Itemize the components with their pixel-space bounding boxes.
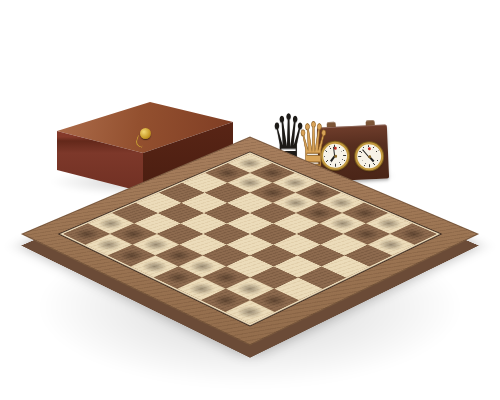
board-border: ♜♞♝♛♚♝♞♜♟♟♟♟♟♟♟♟♟♟♟♟♟♟♟♟♜♞♝♛♚♝♞♜ [21, 137, 479, 346]
piece-black-pawn[interactable]: ♟ [305, 178, 330, 217]
piece-black-pawn[interactable]: ♟ [214, 139, 239, 177]
piece-contact-shadow [278, 195, 313, 210]
piece-contact-shadow [233, 156, 267, 171]
square-d8[interactable]: ♛ [295, 183, 340, 203]
piece-black-pawn[interactable]: ♟ [236, 148, 261, 187]
square-a6[interactable] [182, 173, 227, 193]
playfield: ♜♞♝♛♚♝♞♜♟♟♟♟♟♟♟♟♟♟♟♟♟♟♟♟♜♞♝♛♚♝♞♜ [63, 154, 436, 324]
piece-contact-shadow [302, 205, 337, 221]
square-c5[interactable] [204, 203, 250, 224]
piece-contact-shadow [255, 166, 289, 181]
square-a8[interactable]: ♜ [228, 154, 273, 173]
piece-contact-shadow [211, 166, 245, 181]
piece-contact-shadow [278, 175, 312, 190]
square-c7[interactable]: ♟ [250, 183, 295, 203]
piece-black-pawn[interactable]: ♟ [377, 209, 403, 249]
piece-black-pawn[interactable]: ♟ [353, 199, 379, 239]
square-c6[interactable] [227, 193, 273, 213]
square-b8[interactable]: ♞ [250, 163, 295, 183]
chess-board: ♜♞♝♛♚♝♞♜♟♟♟♟♟♟♟♟♟♟♟♟♟♟♟♟♜♞♝♛♚♝♞♜ [88, 72, 412, 396]
piece-contact-shadow [301, 185, 336, 200]
square-d7[interactable]: ♟ [273, 193, 319, 213]
board-3d: ♜♞♝♛♚♝♞♜♟♟♟♟♟♟♟♟♟♟♟♟♟♟♟♟♜♞♝♛♚♝♞♜ [21, 137, 479, 346]
square-c8[interactable]: ♝ [273, 173, 318, 193]
piece-black-pawn[interactable]: ♟ [329, 188, 355, 228]
square-b7[interactable]: ♟ [227, 173, 272, 193]
piece-black-pawn[interactable]: ♟ [282, 168, 307, 207]
piece-white-rook[interactable]: ♜ [232, 267, 265, 317]
square-h4[interactable] [298, 266, 346, 288]
product-photo: ♛ ♛ ♜♞♝♛♚♝♞♜♟♟♟♟♟♟♟♟♟♟♟♟♟♟♟♟♜♞♝♛♚♝♞♜ [0, 0, 500, 400]
piece-black-pawn[interactable]: ♟ [259, 158, 284, 197]
square-d6[interactable] [250, 203, 296, 224]
piece-contact-shadow [233, 175, 267, 190]
square-b6[interactable] [205, 183, 250, 203]
square-e6[interactable] [273, 213, 319, 234]
square-e7[interactable]: ♟ [296, 203, 342, 224]
square-a7[interactable]: ♟ [205, 163, 250, 183]
piece-black-knight[interactable]: ♞ [255, 127, 288, 179]
piece-black-bishop[interactable]: ♝ [277, 135, 312, 189]
square-d5[interactable] [227, 213, 273, 234]
piece-black-queen[interactable]: ♛ [296, 135, 337, 199]
piece-black-rook[interactable]: ♜ [234, 123, 264, 169]
piece-contact-shadow [255, 185, 290, 200]
board-scene: ♜♞♝♛♚♝♞♜♟♟♟♟♟♟♟♟♟♟♟♟♟♟♟♟♜♞♝♛♚♝♞♜ [0, 0, 500, 400]
